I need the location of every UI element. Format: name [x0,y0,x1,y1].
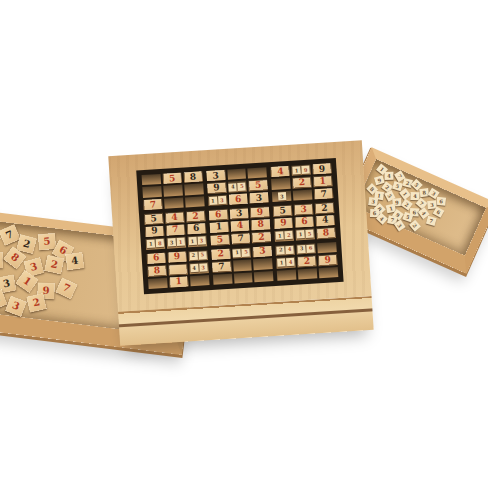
cell-r3c2[interactable] [164,197,184,209]
pencil-tile-3[interactable]: 3 [278,192,286,200]
number-tile-7[interactable]: 7 [315,188,333,199]
number-tile-6[interactable]: 6 [187,223,205,234]
cell-r1c3[interactable]: 8 [183,171,202,183]
number-tile-2[interactable]: 2 [293,177,311,188]
pencil-marks: 43 [189,262,208,274]
cell-r1c7[interactable]: 4 [271,166,291,178]
board-box: 5873945513634199213754297618311363914857… [108,140,373,346]
pencil-marks: 18 [146,238,165,250]
cell-r4c6[interactable]: 9 [250,206,270,218]
cell-r5c3[interactable]: 6 [186,223,205,235]
pencil-tile-1[interactable]: 1 [276,232,284,240]
cell-r1c2[interactable]: 5 [162,173,182,185]
number-tile-9[interactable]: 9 [319,255,337,266]
cell-r1c4[interactable]: 3 [206,170,226,182]
number-tile-3[interactable]: 3 [250,193,268,204]
grid-block-5: 53296412158 [273,202,336,241]
pencil-tile-3[interactable]: 3 [218,196,226,204]
number-tile-3[interactable]: 3 [230,208,248,219]
tray-number-tile-5[interactable]: 5 [37,232,55,249]
cell-r4c7[interactable]: 5 [273,205,293,217]
number-tile-8[interactable]: 8 [252,219,270,230]
cell-r2c5[interactable]: 45 [228,181,248,193]
number-tile-9[interactable]: 9 [275,218,293,229]
grid-block-6: 69258431 [146,250,209,289]
cell-r3c5[interactable]: 6 [228,193,248,205]
pencil-tile-4[interactable]: 4 [229,183,237,191]
pencil-marks: 12 [275,230,295,242]
grid-block-7: 21537 [211,246,274,285]
number-tile-5[interactable]: 5 [211,234,229,245]
number-tile-6[interactable]: 6 [295,217,313,228]
tray-number-tile-4[interactable]: 4 [65,252,84,270]
cell-r4c2[interactable]: 4 [165,212,185,224]
cell-r4c8[interactable]: 3 [294,204,314,216]
pencil-marks: 15 [232,247,252,259]
tray-number-tile-7[interactable]: 7 [55,277,77,299]
number-tile-9[interactable]: 9 [168,252,186,263]
grid-block-8: 24361429 [276,242,339,281]
pencil-tile-1[interactable]: 1 [188,237,196,245]
cell-r9c7[interactable] [277,269,297,281]
number-tile-7[interactable]: 7 [166,225,184,236]
number-tile-6[interactable]: 6 [209,210,227,221]
cell-r8c8[interactable]: 2 [297,255,317,267]
cell-r2c6[interactable]: 5 [249,180,269,192]
cell-r3c9[interactable]: 7 [314,188,334,200]
pencil-tile-4[interactable]: 4 [286,258,294,266]
cell-r9c2[interactable]: 1 [169,276,189,288]
pencil-marks: 3 [272,191,292,203]
number-tile-3[interactable]: 3 [295,204,313,215]
cell-r9c9[interactable] [319,267,339,279]
number-tile-4[interactable]: 4 [231,221,249,232]
cell-r2c3[interactable] [184,184,203,196]
cell-r6c7[interactable]: 12 [275,230,295,242]
pencil-marks: 14 [276,257,296,269]
pencil-tile-1[interactable]: 1 [277,259,285,267]
cell-r8c6[interactable] [253,258,273,270]
number-tile-2[interactable]: 2 [253,232,271,243]
pencil-tile-5[interactable]: 5 [242,248,250,256]
number-tile-9[interactable]: 9 [208,183,226,194]
cell-r1c9[interactable]: 9 [312,163,332,175]
number-tile-5[interactable]: 5 [274,206,292,217]
number-tile-6[interactable]: 6 [229,194,247,205]
cell-r6c8[interactable]: 15 [295,229,315,241]
number-tile-9[interactable]: 9 [251,207,269,218]
cell-r7c6[interactable]: 3 [253,246,273,258]
pencil-tile-3[interactable]: 3 [167,239,175,247]
cell-r2c9[interactable]: 1 [313,176,333,188]
pencil-tile-3[interactable]: 3 [297,245,305,253]
cell-r7c1[interactable]: 6 [146,252,165,264]
number-tile-5[interactable]: 5 [145,214,163,225]
cell-r9c3[interactable] [190,275,209,287]
number-tile-9[interactable]: 9 [146,226,164,237]
cell-r1c1[interactable] [142,174,161,186]
number-tile-8[interactable]: 8 [317,228,335,239]
cell-r5c7[interactable]: 9 [274,217,294,229]
tray-pencil-tile-4[interactable]: 4 [385,172,394,180]
cell-r2c8[interactable]: 2 [292,177,312,189]
cell-r8c9[interactable]: 9 [318,254,338,266]
pencil-tile-2[interactable]: 2 [189,252,197,260]
pencil-tile-4[interactable]: 4 [190,264,198,272]
number-tile-4[interactable]: 4 [166,212,184,223]
pencil-tile-3[interactable]: 3 [197,237,205,245]
pencil-marks: 45 [228,181,248,193]
cell-r3c4[interactable]: 13 [208,195,228,207]
pencil-tile-9[interactable]: 9 [301,166,309,174]
cell-r1c5[interactable] [227,169,247,181]
cell-r6c5[interactable]: 7 [231,233,251,245]
pencil-tile-1[interactable]: 1 [297,230,305,238]
cell-r5c1[interactable]: 9 [145,226,164,238]
number-tile-4[interactable]: 4 [271,166,289,177]
tray-pencil-tile-3[interactable]: 3 [394,219,406,231]
cell-r2c4[interactable]: 9 [207,182,227,194]
pencil-tile-1[interactable]: 1 [176,238,184,246]
cell-r3c3[interactable] [185,196,204,208]
cell-r8c4[interactable]: 7 [212,261,232,273]
tray-pencil-tile-6[interactable]: 6 [433,206,445,217]
cell-r2c1[interactable] [142,186,161,198]
sudoku-grid: 5873945513634199213754297618311363914857… [136,158,343,294]
number-tile-8[interactable]: 8 [184,172,202,183]
cell-r9c8[interactable] [298,268,318,280]
number-tile-3[interactable]: 3 [207,170,225,181]
pencil-tile-5[interactable]: 5 [305,230,313,238]
product-photo-wooden-sudoku: 37472565918324265319748532 1472583692514… [0,0,488,488]
number-tile-5[interactable]: 5 [249,180,267,191]
cell-r2c2[interactable] [163,185,183,197]
cell-r7c3[interactable]: 25 [188,250,207,262]
cell-r4c4[interactable]: 6 [209,209,229,221]
number-tile-7[interactable]: 7 [144,199,162,210]
cell-r4c3[interactable]: 2 [186,211,205,223]
cell-r3c7[interactable]: 3 [272,191,292,203]
grid-block-2: 41992137 [271,163,334,202]
grid-block-4: 639148572 [209,206,272,245]
right-tray-floor: 1472583692514736815926473819526473 [355,159,486,255]
cell-r5c2[interactable]: 7 [166,224,186,236]
cell-r6c3[interactable]: 13 [187,235,206,247]
cell-r4c9[interactable]: 2 [315,202,335,214]
grid-block-0: 587 [142,171,205,210]
cell-r3c8[interactable] [293,189,313,201]
tray-pencil-tile-7[interactable]: 7 [426,216,437,226]
cell-r8c5[interactable] [233,259,253,271]
cell-r5c6[interactable]: 8 [251,219,271,231]
cell-r9c1[interactable] [148,277,167,289]
cell-r2c7[interactable] [271,178,291,190]
tray-pencil-tile-6[interactable]: 6 [436,197,446,206]
pencil-tile-3[interactable]: 3 [199,263,207,271]
cell-r4c1[interactable]: 5 [144,213,163,225]
pencil-tile-1[interactable]: 1 [147,240,155,248]
number-tile-1[interactable]: 1 [314,176,332,187]
grid-block-3: 542976183113 [144,211,207,250]
number-tile-2[interactable]: 2 [212,249,230,260]
cell-r7c9[interactable] [317,242,337,254]
board-top-surface: 5873945513634199213754297618311363914857… [108,140,371,312]
cell-r6c6[interactable]: 2 [252,231,272,243]
tray-number-tile-1[interactable]: 1 [0,252,2,268]
number-tile-2[interactable]: 2 [316,203,334,214]
pencil-tile-1[interactable]: 1 [209,197,217,205]
tray-number-tile-2[interactable]: 2 [26,293,46,312]
number-tile-4[interactable]: 4 [316,215,334,226]
grid-block-1: 394551363 [206,167,269,206]
number-tile-3[interactable]: 3 [253,246,271,257]
cell-r6c2[interactable]: 31 [166,237,186,249]
pencil-tile-5[interactable]: 5 [198,251,206,259]
pencil-tile-8[interactable]: 8 [156,239,164,247]
cell-r4c5[interactable]: 3 [229,208,249,220]
cell-r7c7[interactable]: 24 [276,244,296,256]
pencil-tile-4[interactable]: 4 [286,246,294,254]
pencil-tile-5[interactable]: 5 [238,182,246,190]
pencil-tile-1[interactable]: 1 [233,249,241,257]
pencil-marks: 36 [296,243,316,255]
pencil-tile-2[interactable]: 2 [277,246,285,254]
cell-r7c5[interactable]: 15 [232,247,252,259]
cell-r6c1[interactable]: 18 [146,238,165,250]
number-tile-7[interactable]: 7 [232,233,250,244]
pencil-tile-6[interactable]: 6 [306,244,314,252]
cell-r1c6[interactable] [248,167,268,179]
pencil-marks: 19 [291,164,311,176]
number-tile-9[interactable]: 9 [313,164,331,175]
cell-r6c4[interactable]: 5 [210,234,230,246]
cell-r7c8[interactable]: 36 [296,243,316,255]
number-tile-2[interactable]: 2 [186,211,204,222]
cell-r9c5[interactable] [233,272,253,284]
number-tile-1[interactable]: 1 [170,276,188,287]
cell-r9c4[interactable] [213,273,233,285]
number-tile-7[interactable]: 7 [213,261,231,272]
pencil-marks: 15 [295,229,315,241]
cell-r8c1[interactable]: 8 [147,265,166,277]
cell-r5c5[interactable]: 4 [230,220,250,232]
cell-r3c6[interactable]: 3 [249,192,269,204]
pencil-tile-2[interactable]: 2 [285,231,293,239]
tray-pencil-tile-4[interactable]: 4 [410,191,419,199]
cell-r5c4[interactable]: 1 [209,222,229,234]
number-tile-8[interactable]: 8 [148,265,166,276]
number-tile-6[interactable]: 6 [147,253,165,264]
cell-r8c2[interactable] [168,264,188,276]
cell-r7c4[interactable]: 2 [211,248,231,260]
blank-tile[interactable] [169,264,187,275]
cell-r8c7[interactable]: 14 [276,257,296,269]
cell-r8c3[interactable]: 43 [189,262,208,274]
cell-r3c1[interactable]: 7 [143,199,162,211]
pencil-tile-1[interactable]: 1 [292,166,300,174]
cell-r7c2[interactable]: 9 [167,251,187,263]
pencil-marks: 13 [187,235,206,247]
cell-r9c6[interactable] [254,271,274,283]
cell-r6c9[interactable]: 8 [316,227,336,239]
pencil-marks: 24 [276,244,296,256]
tray-number-tile-2[interactable]: 2 [44,255,64,274]
cell-r1c8[interactable]: 19 [291,164,311,176]
cell-r5c8[interactable]: 6 [295,216,315,228]
number-tile-5[interactable]: 5 [163,173,181,184]
pencil-marks: 13 [208,195,228,207]
cell-r5c9[interactable]: 4 [316,215,336,227]
pencil-marks: 31 [166,237,186,249]
number-tile-1[interactable]: 1 [210,222,228,233]
pencil-marks: 25 [188,250,207,262]
tray-number-tile-3[interactable]: 3 [5,295,27,316]
number-tile-2[interactable]: 2 [298,256,316,267]
